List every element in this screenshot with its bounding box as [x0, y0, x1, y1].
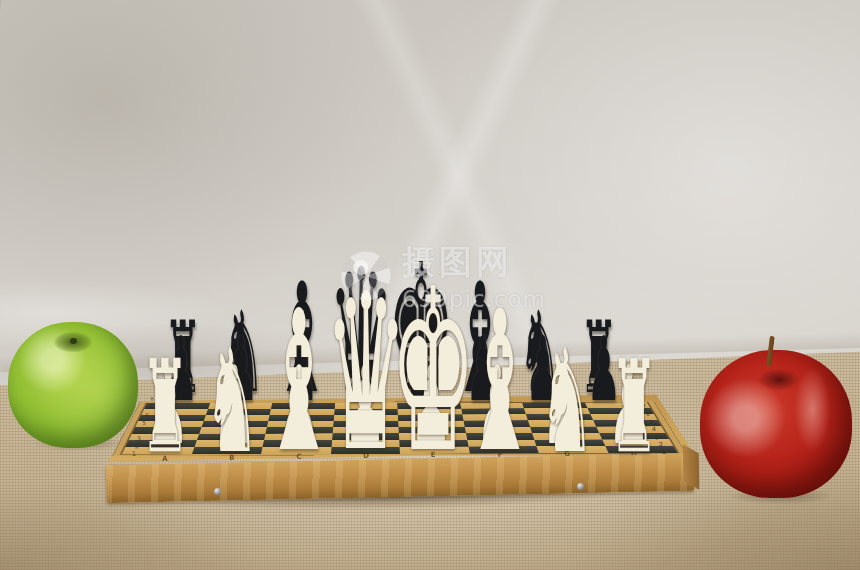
- rank-label-right-7: 7: [642, 403, 646, 409]
- square-f1: [468, 446, 539, 453]
- watermark-site-name: 摄图网: [402, 240, 546, 285]
- file-label-g: G: [564, 450, 570, 458]
- file-label-h: H: [631, 449, 637, 457]
- chessboard: [120, 402, 680, 454]
- file-label-e: E: [431, 451, 436, 459]
- rank-label-left-5: 5: [142, 420, 146, 426]
- board-hinge-screw: [577, 483, 584, 490]
- watermark-text: 摄图网 699pic.com: [402, 240, 546, 312]
- watermark: 摄图网 699pic.com: [340, 240, 546, 312]
- board-hinge-screw: [214, 488, 221, 495]
- file-label-a: A: [162, 455, 168, 463]
- file-label-d: D: [363, 452, 369, 460]
- file-label-b: B: [229, 454, 235, 462]
- rank-label-right-6: 6: [646, 411, 650, 417]
- rank-label-left-7: 7: [148, 404, 152, 410]
- watermark-site-url: 699pic.com: [402, 286, 546, 312]
- rank-label-right-4: 4: [652, 426, 656, 432]
- rank-label-left-6: 6: [145, 412, 149, 418]
- rank-label-right-3: 3: [655, 433, 659, 440]
- green-apple-stem-cavity: [70, 338, 77, 344]
- rank-label-right-1: 1: [662, 448, 667, 456]
- camera-aperture-icon: [340, 248, 392, 304]
- green-apple: [8, 322, 138, 448]
- rank-label-right-8: 8: [639, 396, 642, 401]
- square-g1: [536, 446, 608, 453]
- square-b1: [191, 447, 262, 454]
- file-label-c: C: [296, 453, 301, 461]
- photo-scene: ABCDEFGH1122334455667788 ♜♞♝♛♚♝♞♜♟♟♟♟♟♟♟…: [0, 0, 860, 570]
- rank-label-right-2: 2: [658, 441, 663, 448]
- file-label-f: F: [498, 450, 503, 458]
- rank-label-left-8: 8: [150, 397, 153, 402]
- rank-label-right-5: 5: [649, 419, 653, 425]
- red-apple: [700, 350, 852, 498]
